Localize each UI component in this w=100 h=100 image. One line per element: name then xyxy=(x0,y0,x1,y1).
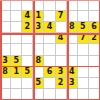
cell-r9c6[interactable] xyxy=(56,89,67,100)
cell-r6c7[interactable] xyxy=(67,56,78,67)
cell-r1c9[interactable] xyxy=(89,0,100,11)
cell-r3c6[interactable] xyxy=(56,22,67,33)
given-digit: 3 xyxy=(2,57,8,65)
cell-r1c8[interactable] xyxy=(78,0,89,11)
cell-r8c7[interactable]: 3 xyxy=(67,78,78,89)
given-digit: 7 xyxy=(58,12,64,20)
cell-r4c8[interactable]: 7 xyxy=(78,33,89,44)
cell-r2c1[interactable] xyxy=(0,11,11,22)
cell-r2c8[interactable] xyxy=(78,11,89,22)
given-digit: 4 xyxy=(69,68,75,76)
cell-r5c7[interactable] xyxy=(67,44,78,55)
cell-r4c2[interactable] xyxy=(11,33,22,44)
given-digit: 4 xyxy=(24,12,30,20)
cell-r6c4[interactable]: 8 xyxy=(33,56,44,67)
given-digit: 8 xyxy=(36,57,42,65)
cell-r5c6[interactable] xyxy=(56,44,67,55)
cell-r4c5[interactable] xyxy=(44,33,55,44)
cell-r9c7[interactable] xyxy=(67,89,78,100)
cell-r1c5[interactable] xyxy=(44,0,55,11)
cell-r7c6[interactable]: 3 xyxy=(56,67,67,78)
cell-r6c9[interactable] xyxy=(89,56,100,67)
cell-r9c9[interactable] xyxy=(89,89,100,100)
cell-r3c8[interactable]: 5 xyxy=(78,22,89,33)
cell-r9c1[interactable] xyxy=(0,89,11,100)
given-digit: 3 xyxy=(36,23,42,31)
cell-r3c9[interactable]: 6 xyxy=(89,22,100,33)
given-digit: 2 xyxy=(24,23,30,31)
given-digit: 3 xyxy=(58,68,64,76)
given-digit: 4 xyxy=(47,23,53,31)
cell-r4c9[interactable]: 2 xyxy=(89,33,100,44)
cell-r5c9[interactable] xyxy=(89,44,100,55)
cell-r5c8[interactable] xyxy=(78,44,89,55)
cell-r3c5[interactable]: 4 xyxy=(44,22,55,33)
cell-r7c3[interactable]: 5 xyxy=(22,67,33,78)
cell-r7c4[interactable] xyxy=(33,67,44,78)
cell-r7c5[interactable]: 6 xyxy=(44,67,55,78)
cell-r7c8[interactable] xyxy=(78,67,89,78)
cell-r9c5[interactable] xyxy=(44,89,55,100)
cell-r7c9[interactable] xyxy=(89,67,100,78)
cell-r7c7[interactable]: 4 xyxy=(67,67,78,78)
cell-r6c3[interactable] xyxy=(22,56,33,67)
cell-r1c1[interactable] xyxy=(0,0,11,11)
cell-r2c7[interactable] xyxy=(67,11,78,22)
cell-r8c2[interactable] xyxy=(11,78,22,89)
given-digit: 5 xyxy=(13,57,19,65)
cell-r5c5[interactable] xyxy=(44,44,55,55)
cell-r9c4[interactable] xyxy=(33,89,44,100)
cell-r8c1[interactable] xyxy=(0,78,11,89)
cell-r7c1[interactable]: 8 xyxy=(0,67,11,78)
cell-r6c6[interactable] xyxy=(56,56,67,67)
sudoku-grid: 417234856472358815634523 xyxy=(0,0,100,100)
cell-r1c6[interactable] xyxy=(56,0,67,11)
given-digit: 8 xyxy=(69,23,75,31)
given-digit: 6 xyxy=(91,23,97,31)
given-digit: 8 xyxy=(2,68,8,76)
cell-r7c2[interactable]: 1 xyxy=(11,67,22,78)
cell-r4c1[interactable] xyxy=(0,33,11,44)
cell-r2c9[interactable] xyxy=(89,11,100,22)
cell-r8c5[interactable] xyxy=(44,78,55,89)
cell-r4c6[interactable]: 4 xyxy=(56,33,67,44)
given-digit: 5 xyxy=(36,79,42,87)
cell-r5c1[interactable] xyxy=(0,44,11,55)
cell-r4c4[interactable] xyxy=(33,33,44,44)
cell-r2c5[interactable] xyxy=(44,11,55,22)
cell-r2c6[interactable]: 7 xyxy=(56,11,67,22)
cell-r8c9[interactable] xyxy=(89,78,100,89)
cell-r2c4[interactable]: 1 xyxy=(33,11,44,22)
cell-r3c3[interactable]: 2 xyxy=(22,22,33,33)
given-digit: 3 xyxy=(69,79,75,87)
given-digit: 2 xyxy=(91,34,97,42)
cell-r8c3[interactable] xyxy=(22,78,33,89)
cell-r9c2[interactable] xyxy=(11,89,22,100)
cell-r2c3[interactable]: 4 xyxy=(22,11,33,22)
cell-r9c8[interactable] xyxy=(78,89,89,100)
cell-r3c7[interactable]: 8 xyxy=(67,22,78,33)
cell-r6c1[interactable]: 3 xyxy=(0,56,11,67)
given-digit: 1 xyxy=(13,68,19,76)
cell-r1c4[interactable] xyxy=(33,0,44,11)
cell-r4c3[interactable] xyxy=(22,33,33,44)
cell-r3c1[interactable] xyxy=(0,22,11,33)
cell-r6c5[interactable] xyxy=(44,56,55,67)
given-digit: 5 xyxy=(80,23,86,31)
cell-r1c2[interactable] xyxy=(11,0,22,11)
given-digit: 4 xyxy=(58,34,64,42)
cell-r1c7[interactable] xyxy=(67,0,78,11)
given-digit: 1 xyxy=(36,12,42,20)
cell-r6c2[interactable]: 5 xyxy=(11,56,22,67)
cell-r5c4[interactable] xyxy=(33,44,44,55)
cell-r4c7[interactable] xyxy=(67,33,78,44)
given-digit: 6 xyxy=(47,68,53,76)
cell-r8c6[interactable]: 2 xyxy=(56,78,67,89)
given-digit: 2 xyxy=(58,79,64,87)
given-digit: 7 xyxy=(80,34,86,42)
cell-r3c4[interactable]: 3 xyxy=(33,22,44,33)
cell-r8c4[interactable]: 5 xyxy=(33,78,44,89)
sudoku-board: 417234856472358815634523 xyxy=(0,0,100,100)
cell-r1c3[interactable] xyxy=(22,0,33,11)
cell-r9c3[interactable] xyxy=(22,89,33,100)
cell-r5c3[interactable] xyxy=(22,44,33,55)
cell-r2c2[interactable] xyxy=(11,11,22,22)
given-digit: 5 xyxy=(24,68,30,76)
cell-r3c2[interactable] xyxy=(11,22,22,33)
cell-r6c8[interactable] xyxy=(78,56,89,67)
cell-r5c2[interactable] xyxy=(11,44,22,55)
cell-r8c8[interactable] xyxy=(78,78,89,89)
